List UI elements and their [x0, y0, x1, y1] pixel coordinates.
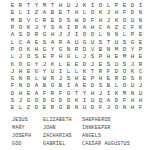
grid-cell-r9c17[interactable]: R — [137, 61, 145, 68]
grid-cell-r12c12[interactable]: S — [97, 83, 105, 90]
grid-cell-r8c6[interactable]: P — [49, 53, 57, 60]
word-search-grid: ERTYMTHUJKIOLPEDIELIZABETHLOKJHFDNMBVCRE… — [9, 2, 145, 112]
grid-cell-r2c13[interactable]: J — [105, 10, 113, 17]
word-list-item: ANGELS — [82, 132, 150, 140]
grid-cell-r5c4[interactable]: R — [33, 32, 41, 39]
grid-cell-r5c13[interactable]: N — [105, 32, 113, 39]
grid-cell-r9c5[interactable]: J — [41, 61, 49, 68]
grid-cell-r5c5[interactable]: G — [41, 32, 49, 39]
grid-cell-r15c5[interactable]: E — [41, 105, 49, 112]
grid-cell-r5c6[interactable]: H — [49, 32, 57, 39]
grid-cell-r8c7[interactable]: H — [57, 53, 65, 60]
grid-cell-r8c12[interactable]: P — [97, 53, 105, 60]
grid-cell-r5c15[interactable]: L — [121, 32, 129, 39]
grid-cell-r2c1[interactable]: E — [9, 10, 17, 17]
word-list-item: CAESAR AUGUSTUS — [82, 141, 150, 149]
grid-cell-r12c10[interactable]: E — [81, 83, 89, 90]
word-list-item: INNKEEPER — [82, 124, 150, 132]
grid-cell-r2c10[interactable]: L — [81, 10, 89, 17]
grid-cell-r5c9[interactable]: I — [73, 32, 81, 39]
grid-cell-r15c14[interactable]: O — [113, 105, 121, 112]
grid-cell-r2c2[interactable]: L — [17, 10, 25, 17]
grid-cell-r9c4[interactable]: Y — [33, 61, 41, 68]
grid-cell-r9c7[interactable]: L — [57, 61, 65, 68]
grid-cell-r8c17[interactable]: E — [137, 53, 145, 60]
grid-cell-r15c7[interactable]: G — [57, 105, 65, 112]
grid-cell-r12c2[interactable]: N — [17, 83, 25, 90]
grid-cell-r8c5[interactable]: E — [41, 53, 49, 60]
grid-cell-r5c14[interactable]: N — [113, 32, 121, 39]
grid-cell-r12c8[interactable]: I — [65, 83, 73, 90]
grid-cell-r9c12[interactable]: E — [97, 61, 105, 68]
grid-cell-r12c16[interactable]: U — [129, 83, 137, 90]
grid-cell-r8c14[interactable]: E — [113, 53, 121, 60]
grid-cell-r2c15[interactable]: F — [121, 10, 129, 17]
grid-cell-r2c3[interactable]: I — [25, 10, 33, 17]
grid-cell-r8c15[interactable]: M — [121, 53, 129, 60]
grid-cell-r15c17[interactable]: F — [137, 105, 145, 112]
grid-cell-r5c2[interactable]: S — [17, 32, 25, 39]
grid-cell-r9c9[interactable]: E — [73, 61, 81, 68]
grid-cell-r5c1[interactable]: A — [9, 32, 17, 39]
grid-cell-r9c15[interactable]: S — [121, 61, 129, 68]
grid-cell-r8c8[interactable]: G — [65, 53, 73, 60]
grid-cell-r15c10[interactable]: U — [81, 105, 89, 112]
word-list-item: JOSEPH — [12, 132, 43, 140]
grid-cell-r8c16[interactable]: H — [129, 53, 137, 60]
grid-cell-r12c13[interactable]: B — [105, 83, 113, 90]
grid-cell-r8c4[interactable]: S — [33, 53, 41, 60]
grid-cell-r12c15[interactable]: O — [121, 83, 129, 90]
word-list-item: MARY — [12, 124, 43, 132]
grid-cell-r2c16[interactable]: D — [129, 10, 137, 17]
grid-cell-r9c16[interactable]: J — [129, 61, 137, 68]
word-list-item: GABRIEL — [43, 141, 82, 149]
grid-cell-r5c3[interactable]: D — [25, 32, 33, 39]
grid-cell-r2c17[interactable]: N — [137, 10, 145, 17]
grid-cell-r9c2[interactable]: O — [17, 61, 25, 68]
grid-cell-r2c7[interactable]: E — [57, 10, 65, 17]
grid-cell-r2c4[interactable]: Z — [33, 10, 41, 17]
grid-cell-r2c12[interactable]: K — [97, 10, 105, 17]
grid-cell-r15c11[interactable]: D — [89, 105, 97, 112]
grid-cell-r12c1[interactable]: F — [9, 83, 17, 90]
grid-cell-r8c3[interactable]: O — [25, 53, 33, 60]
grid-cell-r2c11[interactable]: O — [89, 10, 97, 17]
grid-cell-r12c3[interactable]: D — [25, 83, 33, 90]
grid-cell-r5c10[interactable]: O — [81, 32, 89, 39]
word-list-item: JOHN — [43, 124, 82, 132]
grid-cell-r8c13[interactable]: H — [105, 53, 113, 60]
grid-cell-r9c13[interactable]: S — [105, 61, 113, 68]
grid-cell-r12c17[interactable]: J — [137, 83, 145, 90]
grid-cell-r12c11[interactable]: D — [89, 83, 97, 90]
grid-cell-r15c15[interactable]: N — [121, 105, 129, 112]
grid-cell-r15c1[interactable]: E — [9, 105, 17, 112]
grid-cell-r12c5[interactable]: B — [41, 83, 49, 90]
word-list-item: ELIZABETH — [43, 116, 82, 124]
grid-cell-r5c11[interactable]: O — [89, 32, 97, 39]
grid-cell-r12c6[interactable]: G — [49, 83, 57, 90]
grid-cell-r8c11[interactable]: S — [89, 53, 97, 60]
grid-cell-r9c10[interactable]: D — [81, 61, 89, 68]
grid-cell-r2c5[interactable]: A — [41, 10, 49, 17]
grid-cell-r12c4[interactable]: A — [33, 83, 41, 90]
grid-cell-r2c8[interactable]: T — [65, 10, 73, 17]
grid-cell-r15c4[interactable]: D — [33, 105, 41, 112]
grid-cell-r15c9[interactable]: N — [73, 105, 81, 112]
word-list-item: JESUS — [12, 116, 43, 124]
grid-cell-r15c16[interactable]: H — [129, 105, 137, 112]
word-list-item: GOD — [12, 141, 43, 149]
grid-cell-r15c13[interactable]: J — [105, 105, 113, 112]
grid-cell-r5c17[interactable]: E — [137, 32, 145, 39]
word-list-item: SHEPHERDS — [82, 116, 150, 124]
grid-cell-r12c7[interactable]: B — [57, 83, 65, 90]
word-list: JESUSELIZABETHSHEPHERDSMARYJOHNINNKEEPER… — [12, 116, 150, 149]
grid-cell-r9c8[interactable]: E — [65, 61, 73, 68]
grid-cell-r15c8[interactable]: B — [65, 105, 73, 112]
grid-cell-r5c7[interactable]: J — [57, 32, 65, 39]
grid-cell-r12c9[interactable]: A — [73, 83, 81, 90]
grid-cell-r8c2[interactable]: J — [17, 53, 25, 60]
grid-cell-r9c11[interactable]: J — [89, 61, 97, 68]
grid-cell-r8c10[interactable]: J — [81, 53, 89, 60]
grid-cell-r8c1[interactable]: L — [9, 53, 17, 60]
grid-cell-r9c6[interactable]: K — [49, 61, 57, 68]
grid-cell-r9c1[interactable]: K — [9, 61, 17, 68]
grid-cell-r5c16[interactable]: P — [129, 32, 137, 39]
grid-cell-r5c8[interactable]: J — [65, 32, 73, 39]
grid-cell-r2c14[interactable]: H — [113, 10, 121, 17]
grid-cell-r2c6[interactable]: B — [49, 10, 57, 17]
grid-cell-r8c9[interactable]: L — [73, 53, 81, 60]
grid-cell-r15c2[interactable]: L — [17, 105, 25, 112]
grid-cell-r15c12[interactable]: F — [97, 105, 105, 112]
grid-cell-r5c12[interactable]: L — [97, 32, 105, 39]
grid-cell-r15c3[interactable]: Z — [25, 105, 33, 112]
grid-cell-r2c9[interactable]: H — [73, 10, 81, 17]
word-list-item: ZACHARIAS — [43, 132, 82, 140]
grid-cell-r12c14[interactable]: L — [113, 83, 121, 90]
grid-cell-r15c6[interactable]: R — [49, 105, 57, 112]
grid-cell-r9c14[interactable]: U — [113, 61, 121, 68]
grid-cell-r9c3[interactable]: G — [25, 61, 33, 68]
